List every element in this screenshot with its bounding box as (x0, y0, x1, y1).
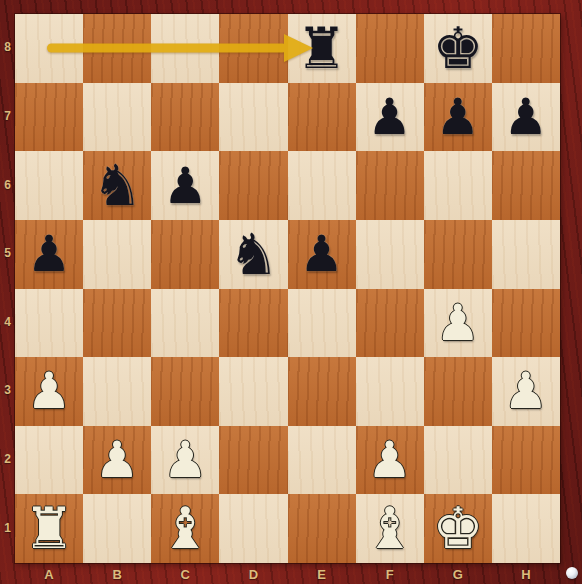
rank-label-8: 8 (0, 40, 15, 54)
square-b3[interactable] (83, 357, 151, 426)
white-rook-a1[interactable]: ♜ (24, 500, 75, 557)
square-a3[interactable]: ♟ (15, 357, 83, 426)
file-label-a: A (41, 565, 57, 584)
square-b7[interactable] (83, 83, 151, 152)
square-g6[interactable] (424, 151, 492, 220)
square-f3[interactable] (356, 357, 424, 426)
rank-label-3: 3 (0, 383, 15, 397)
square-b2[interactable]: ♟ (83, 426, 151, 495)
square-a8[interactable] (15, 14, 83, 83)
file-label-f: F (382, 565, 398, 584)
square-f8[interactable] (356, 14, 424, 83)
rank-label-4: 4 (0, 315, 15, 329)
square-d7[interactable] (219, 83, 287, 152)
square-c6[interactable]: ♟ (151, 151, 219, 220)
square-d3[interactable] (219, 357, 287, 426)
rank-label-7: 7 (0, 109, 15, 123)
square-g3[interactable] (424, 357, 492, 426)
square-g7[interactable]: ♟ (424, 83, 492, 152)
square-c2[interactable]: ♟ (151, 426, 219, 495)
square-h6[interactable] (492, 151, 560, 220)
square-e4[interactable] (288, 289, 356, 358)
square-b8[interactable] (83, 14, 151, 83)
black-knight-b6[interactable]: ♞ (92, 157, 143, 214)
square-e8[interactable]: ♜ (288, 14, 356, 83)
square-g5[interactable] (424, 220, 492, 289)
black-pawn-c6[interactable]: ♟ (163, 161, 208, 211)
square-g4[interactable]: ♟ (424, 289, 492, 358)
square-a6[interactable] (15, 151, 83, 220)
square-g1[interactable]: ♚ (424, 494, 492, 563)
square-d6[interactable] (219, 151, 287, 220)
square-e2[interactable] (288, 426, 356, 495)
square-f4[interactable] (356, 289, 424, 358)
black-king-g8[interactable]: ♚ (432, 20, 483, 77)
white-bishop-f1[interactable]: ♝ (364, 500, 415, 557)
square-h7[interactable]: ♟ (492, 83, 560, 152)
white-pawn-a3[interactable]: ♟ (27, 366, 72, 416)
square-h3[interactable]: ♟ (492, 357, 560, 426)
black-pawn-a5[interactable]: ♟ (27, 229, 72, 279)
square-c8[interactable] (151, 14, 219, 83)
square-e7[interactable] (288, 83, 356, 152)
square-e5[interactable]: ♟ (288, 220, 356, 289)
square-d1[interactable] (219, 494, 287, 563)
white-pawn-c2[interactable]: ♟ (163, 435, 208, 485)
square-a5[interactable]: ♟ (15, 220, 83, 289)
square-f2[interactable]: ♟ (356, 426, 424, 495)
square-f7[interactable]: ♟ (356, 83, 424, 152)
square-f1[interactable]: ♝ (356, 494, 424, 563)
square-d8[interactable] (219, 14, 287, 83)
square-g8[interactable]: ♚ (424, 14, 492, 83)
rank-label-2: 2 (0, 452, 15, 466)
white-pawn-h3[interactable]: ♟ (504, 366, 549, 416)
white-king-g1[interactable]: ♚ (432, 500, 483, 557)
file-label-e: E (314, 565, 330, 584)
square-a2[interactable] (15, 426, 83, 495)
black-pawn-g7[interactable]: ♟ (435, 92, 480, 142)
file-label-g: G (450, 565, 466, 584)
square-c5[interactable] (151, 220, 219, 289)
board-frame: ♜♚♟♟♟♞♟♟♞♟♟♟♟♟♟♟♜♝♝♚ 87654321ABCDEFGH (0, 0, 582, 584)
square-e6[interactable] (288, 151, 356, 220)
square-d5[interactable]: ♞ (219, 220, 287, 289)
file-label-h: H (518, 565, 534, 584)
square-c1[interactable]: ♝ (151, 494, 219, 563)
square-a7[interactable] (15, 83, 83, 152)
file-label-d: D (245, 565, 261, 584)
square-d4[interactable] (219, 289, 287, 358)
square-b1[interactable] (83, 494, 151, 563)
square-h1[interactable] (492, 494, 560, 563)
square-b5[interactable] (83, 220, 151, 289)
file-label-b: B (109, 565, 125, 584)
square-g2[interactable] (424, 426, 492, 495)
rank-label-6: 6 (0, 178, 15, 192)
square-c7[interactable] (151, 83, 219, 152)
square-e1[interactable] (288, 494, 356, 563)
square-f6[interactable] (356, 151, 424, 220)
square-b4[interactable] (83, 289, 151, 358)
black-rook-e8[interactable]: ♜ (296, 20, 347, 77)
square-a4[interactable] (15, 289, 83, 358)
frame-corner-dot (566, 567, 578, 579)
white-pawn-f2[interactable]: ♟ (367, 435, 412, 485)
square-a1[interactable]: ♜ (15, 494, 83, 563)
rank-label-5: 5 (0, 246, 15, 260)
chessboard: ♜♚♟♟♟♞♟♟♞♟♟♟♟♟♟♟♜♝♝♚ (15, 14, 560, 563)
white-pawn-b2[interactable]: ♟ (95, 435, 140, 485)
rank-label-1: 1 (0, 521, 15, 535)
square-h8[interactable] (492, 14, 560, 83)
black-pawn-f7[interactable]: ♟ (367, 92, 412, 142)
file-label-c: C (177, 565, 193, 584)
black-pawn-e5[interactable]: ♟ (299, 229, 344, 279)
square-h2[interactable] (492, 426, 560, 495)
white-bishop-c1[interactable]: ♝ (160, 500, 211, 557)
square-h5[interactable] (492, 220, 560, 289)
square-c3[interactable] (151, 357, 219, 426)
square-c4[interactable] (151, 289, 219, 358)
white-pawn-g4[interactable]: ♟ (435, 298, 480, 348)
square-e3[interactable] (288, 357, 356, 426)
square-h4[interactable] (492, 289, 560, 358)
black-pawn-h7[interactable]: ♟ (504, 92, 549, 142)
square-b6[interactable]: ♞ (83, 151, 151, 220)
square-f5[interactable] (356, 220, 424, 289)
black-knight-d5[interactable]: ♞ (228, 226, 279, 283)
square-d2[interactable] (219, 426, 287, 495)
